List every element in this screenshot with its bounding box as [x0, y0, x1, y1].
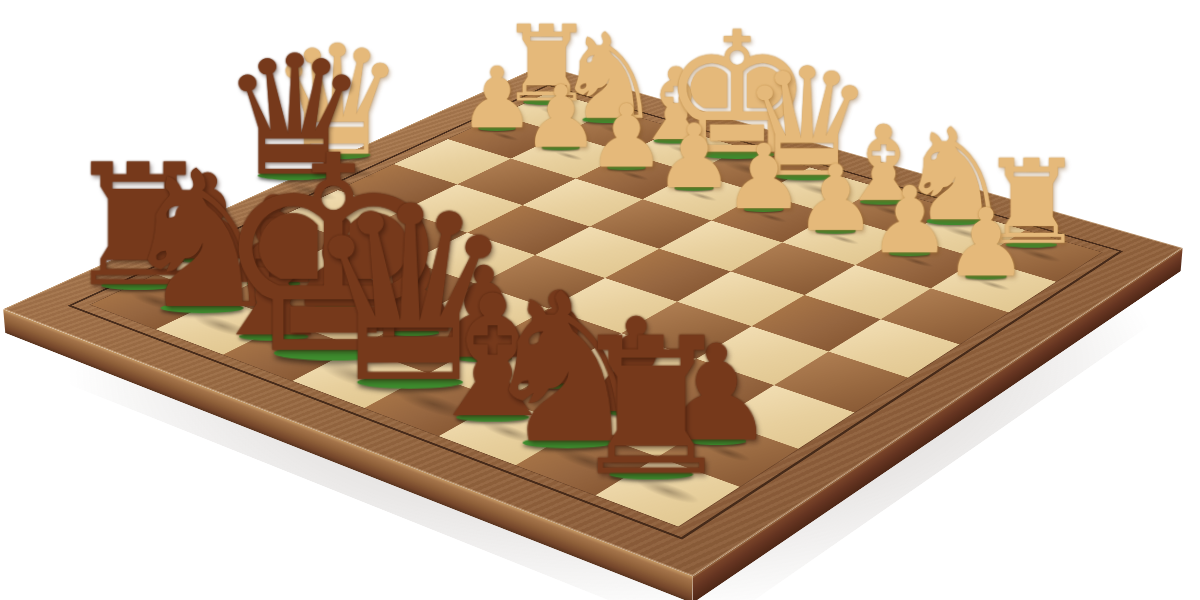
chess-board: ♜♞♟♝♟♛♚♟♛♛♟♝♟♞♟♜♟♟♟♟♜♟♞♟♝♟♚♟♛♟♝♟♞♜	[3, 65, 1182, 576]
piece-contact-shadow	[657, 141, 712, 160]
piece-black-rook-a8: ♜	[509, 313, 793, 502]
piece-contact-shadow	[779, 176, 863, 205]
piece-contact-shadow	[818, 230, 869, 248]
piece-white-pawn-a2: ♟	[916, 196, 1057, 290]
chess-set-product-photo: ♜♞♟♝♟♛♚♟♛♛♟♝♟♞♟♜♟♟♟♟♜♟♞♟♝♟♚♟♛♟♝♟♞♜	[0, 0, 1200, 600]
piece-contact-shadow	[678, 188, 727, 205]
piece-contact-shadow	[545, 148, 592, 164]
piece-contact-shadow	[528, 103, 586, 122]
piece-contact-shadow	[747, 209, 797, 227]
piece-contact-shadow	[611, 168, 659, 185]
piece-contact-shadow	[862, 201, 921, 221]
piece-contact-shadow	[587, 120, 652, 142]
